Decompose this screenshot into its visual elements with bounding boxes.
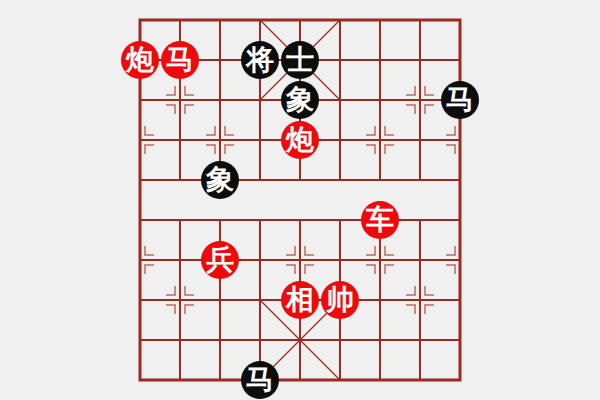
- piece-red-cannon[interactable]: 炮: [281, 121, 319, 159]
- piece-black-general[interactable]: 将: [241, 41, 279, 79]
- piece-black-horse[interactable]: 马: [441, 81, 479, 119]
- piece-red-general[interactable]: 帅: [321, 281, 359, 319]
- piece-red-chariot[interactable]: 车: [361, 201, 399, 239]
- piece-red-horse[interactable]: 马: [161, 41, 199, 79]
- xiangqi-piece-grid[interactable]: 炮马将士象马炮象车兵相帅马: [120, 0, 480, 400]
- piece-black-elephant[interactable]: 象: [281, 81, 319, 119]
- xiangqi-board-screenshot: 炮马将士象马炮象车兵相帅马: [0, 0, 600, 400]
- piece-red-soldier[interactable]: 兵: [201, 241, 239, 279]
- piece-red-elephant[interactable]: 相: [281, 281, 319, 319]
- piece-red-cannon[interactable]: 炮: [121, 41, 159, 79]
- piece-black-advisor[interactable]: 士: [281, 41, 319, 79]
- piece-black-horse[interactable]: 马: [241, 361, 279, 399]
- piece-black-elephant[interactable]: 象: [201, 161, 239, 199]
